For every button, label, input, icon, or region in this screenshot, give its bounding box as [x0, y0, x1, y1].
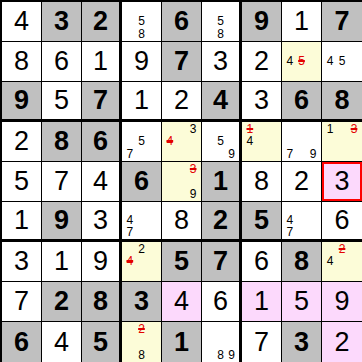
candidate-grid: 39: [162, 162, 201, 201]
candidate: 4: [324, 255, 336, 267]
candidate-grid: 47: [122, 202, 161, 239]
solved-digit: 6: [334, 207, 349, 234]
cell-r1c7[interactable]: 9: [242, 2, 282, 42]
solved-digit: 5: [54, 87, 69, 114]
cell-r1c8[interactable]: 1: [282, 2, 322, 42]
candidate: 9: [187, 188, 199, 200]
candidate-grid: 79: [282, 122, 321, 161]
solved-digit: 3: [213, 48, 228, 75]
given-digit: 1: [174, 329, 189, 356]
candidate-grid: 28: [122, 322, 161, 362]
cell-r5c7[interactable]: 8: [242, 162, 282, 202]
cell-r8c3[interactable]: 8: [82, 282, 122, 322]
cell-r4c5[interactable]: 34: [162, 122, 202, 162]
solved-digit: 2: [254, 48, 269, 75]
cell-r3c1[interactable]: 9: [2, 82, 42, 122]
given-digit: 6: [93, 128, 108, 155]
given-digit: 6: [294, 87, 309, 114]
given-digit: 1: [213, 168, 228, 195]
eliminated-candidate: 3: [348, 123, 360, 135]
cell-r4c8[interactable]: 79: [282, 122, 322, 162]
cell-r4c6[interactable]: 59: [202, 122, 242, 162]
cell-r9c2[interactable]: 4: [42, 322, 82, 362]
solved-digit: 3: [14, 248, 29, 275]
cell-r7c8[interactable]: 8: [282, 242, 322, 282]
cell-r6c6[interactable]: 2: [202, 202, 242, 242]
cell-r4c2[interactable]: 8: [42, 122, 82, 162]
solved-digit: 1: [254, 288, 269, 315]
given-digit: 9: [254, 8, 269, 35]
given-digit: 7: [174, 48, 189, 75]
solved-digit: 7: [14, 288, 29, 315]
solved-digit: 7: [254, 329, 269, 356]
given-digit: 5: [93, 329, 108, 356]
eliminated-candidate: 4: [124, 255, 136, 267]
candidate: 8: [215, 348, 226, 361]
cell-r4c9[interactable]: 13: [322, 122, 362, 162]
candidate: 5: [136, 135, 148, 147]
cell-r9c8[interactable]: 3: [282, 322, 322, 362]
solved-digit: 1: [54, 248, 69, 275]
solved-digit: 2: [294, 168, 309, 195]
solved-digit: 5: [14, 168, 29, 195]
candidate: 8: [136, 348, 148, 361]
solved-digit: 9: [134, 48, 149, 75]
solved-digit: 1: [93, 48, 108, 75]
given-digit: 3: [134, 288, 149, 315]
cell-r2c6[interactable]: 3: [202, 42, 242, 82]
cell-r3c4[interactable]: 1: [122, 82, 162, 122]
given-digit: 7: [213, 248, 228, 275]
candidate: 9: [226, 348, 237, 361]
cell-r3c9[interactable]: 8: [322, 82, 362, 122]
candidate: 7: [124, 226, 136, 238]
cell-r6c2[interactable]: 9: [42, 202, 82, 242]
given-digit: 5: [174, 248, 189, 275]
candidate: 8: [136, 28, 148, 40]
given-digit: 2: [93, 8, 108, 35]
cell-r5c8[interactable]: 2: [282, 162, 322, 202]
candidate-grid: 58: [122, 2, 161, 41]
solved-digit: 1: [134, 87, 149, 114]
cell-r5c1[interactable]: 5: [2, 162, 42, 202]
cell-r5c2[interactable]: 7: [42, 162, 82, 202]
solved-digit: 2: [334, 329, 349, 356]
cell-r8c8[interactable]: 5: [282, 282, 322, 322]
cell-r1c6[interactable]: 58: [202, 2, 242, 42]
cell-r2c9[interactable]: 45: [322, 42, 362, 82]
candidate: 5: [215, 15, 226, 27]
candidate: 5: [215, 135, 226, 147]
cell-r8c6[interactable]: 6: [202, 282, 242, 322]
cell-r9c4[interactable]: 28: [122, 322, 162, 362]
given-digit: 2: [213, 207, 228, 234]
cell-r9c3[interactable]: 5: [82, 322, 122, 362]
candidate-grid: 45: [282, 42, 321, 81]
cell-r1c4[interactable]: 58: [122, 2, 162, 42]
given-digit: 9: [14, 87, 29, 114]
given-digit: 2: [54, 288, 69, 315]
cell-r7c4[interactable]: 24: [122, 242, 162, 282]
cell-r4c7[interactable]: 14: [242, 122, 282, 162]
solved-digit: 4: [93, 168, 108, 195]
candidate-grid: 57: [122, 122, 161, 161]
cell-r8c4[interactable]: 3: [122, 282, 162, 322]
given-digit: 6: [14, 329, 29, 356]
sudoku-board: 4325865891786197324545957124368286573459…: [0, 0, 362, 362]
given-digit: 8: [294, 248, 309, 275]
candidate-grid: 89: [202, 322, 239, 362]
cell-r5c4[interactable]: 6: [122, 162, 162, 202]
cell-r7c3[interactable]: 9: [82, 242, 122, 282]
given-digit: 5: [254, 207, 269, 234]
cell-r7c2[interactable]: 1: [42, 242, 82, 282]
cell-r9c5[interactable]: 1: [162, 322, 202, 362]
candidate: 4: [324, 55, 336, 67]
given-digit: 4: [213, 87, 228, 114]
candidate: 3: [187, 123, 199, 135]
given-digit: 6: [134, 168, 149, 195]
candidate: 8: [215, 28, 226, 40]
solved-digit: 1: [14, 207, 29, 234]
cell-r2c8[interactable]: 45: [282, 42, 322, 82]
cell-r6c8[interactable]: 47: [282, 202, 322, 242]
cell-r9c9[interactable]: 2: [322, 322, 362, 362]
candidate: 2: [136, 243, 148, 255]
cell-r7c5[interactable]: 5: [162, 242, 202, 282]
cell-r6c9[interactable]: 6: [322, 202, 362, 242]
solved-digit: 4: [54, 329, 69, 356]
cell-r2c3[interactable]: 1: [82, 42, 122, 82]
eliminated-candidate: 4: [164, 135, 176, 147]
cell-r8c5[interactable]: 4: [162, 282, 202, 322]
solved-digit: 5: [294, 288, 309, 315]
given-digit: 9: [54, 207, 69, 234]
cell-r9c7[interactable]: 7: [242, 322, 282, 362]
eliminated-candidate: 2: [136, 323, 148, 336]
given-digit: 7: [334, 8, 349, 35]
cell-r8c2[interactable]: 2: [42, 282, 82, 322]
cell-r6c7[interactable]: 5: [242, 202, 282, 242]
cell-r9c1[interactable]: 6: [2, 322, 42, 362]
solved-digit: 9: [93, 248, 108, 275]
candidate: 9: [307, 148, 319, 160]
cell-r4c3[interactable]: 6: [82, 122, 122, 162]
candidate: 4: [284, 55, 296, 67]
cell-r1c9[interactable]: 7: [322, 2, 362, 42]
cell-r6c4[interactable]: 47: [122, 202, 162, 242]
candidate-grid: 24: [122, 242, 161, 281]
candidate-grid: 58: [202, 2, 239, 41]
candidate: 4: [244, 135, 256, 147]
candidate-grid: 45: [322, 42, 362, 81]
solved-digit: 6: [254, 248, 269, 275]
cell-r3c2[interactable]: 5: [42, 82, 82, 122]
cell-r7c9[interactable]: 24: [322, 242, 362, 282]
cell-r3c3[interactable]: 7: [82, 82, 122, 122]
candidate: 7: [284, 148, 296, 160]
cell-r2c2[interactable]: 6: [42, 42, 82, 82]
given-digit: 8: [54, 128, 69, 155]
candidate-grid: 34: [162, 122, 201, 161]
cell-r7c1[interactable]: 3: [2, 242, 42, 282]
solved-digit: 3: [254, 87, 269, 114]
candidate-grid: 13: [322, 122, 362, 161]
given-digit: 6: [174, 8, 189, 35]
solved-digit: 8: [14, 48, 29, 75]
solved-digit: 3: [334, 168, 349, 195]
cell-r5c3[interactable]: 4: [82, 162, 122, 202]
solved-digit: 2: [14, 128, 29, 155]
cell-r1c3[interactable]: 2: [82, 2, 122, 42]
candidate: 5: [336, 55, 348, 67]
cell-r7c6[interactable]: 7: [202, 242, 242, 282]
solved-digit: 3: [93, 207, 108, 234]
candidate: 1: [324, 123, 336, 135]
cell-r5c5[interactable]: 39: [162, 162, 202, 202]
solved-digit: 8: [174, 207, 189, 234]
candidate: 9: [226, 148, 237, 160]
solved-digit: 4: [174, 288, 189, 315]
given-digit: 8: [93, 288, 108, 315]
cell-r3c6[interactable]: 4: [202, 82, 242, 122]
cell-r3c8[interactable]: 6: [282, 82, 322, 122]
cell-r6c3[interactable]: 3: [82, 202, 122, 242]
eliminated-candidate: 1: [244, 123, 256, 135]
given-digit: 7: [93, 87, 108, 114]
eliminated-candidate: 5: [296, 55, 308, 67]
cell-r4c1[interactable]: 2: [2, 122, 42, 162]
cell-r2c4[interactable]: 9: [122, 42, 162, 82]
candidate: 7: [124, 148, 136, 160]
solved-digit: 6: [54, 48, 69, 75]
cell-r2c7[interactable]: 2: [242, 42, 282, 82]
cell-r1c2[interactable]: 3: [42, 2, 82, 42]
candidate: 7: [284, 226, 296, 238]
cell-r4c4[interactable]: 57: [122, 122, 162, 162]
solved-digit: 6: [213, 288, 228, 315]
solved-digit: 2: [174, 87, 189, 114]
candidate-grid: 24: [322, 242, 362, 281]
cell-r2c5[interactable]: 7: [162, 42, 202, 82]
cell-r5c6[interactable]: 1: [202, 162, 242, 202]
solved-digit: 9: [334, 288, 349, 315]
candidate-grid: 47: [282, 202, 321, 239]
candidate-grid: 14: [242, 122, 281, 161]
candidate-grid: 59: [202, 122, 239, 161]
cell-r7c7[interactable]: 6: [242, 242, 282, 282]
cell-r8c9[interactable]: 9: [322, 282, 362, 322]
solved-digit: 7: [54, 168, 69, 195]
cell-r1c1[interactable]: 4: [2, 2, 42, 42]
cell-r6c1[interactable]: 1: [2, 202, 42, 242]
given-digit: 3: [54, 8, 69, 35]
solved-digit: 4: [14, 8, 29, 35]
cell-r2c1[interactable]: 8: [2, 42, 42, 82]
cell-r5c9[interactable]: 3: [322, 162, 362, 202]
cell-r1c5[interactable]: 6: [162, 2, 202, 42]
cell-r8c7[interactable]: 1: [242, 282, 282, 322]
cell-r6c5[interactable]: 8: [162, 202, 202, 242]
solved-digit: 1: [294, 8, 309, 35]
eliminated-candidate: 3: [187, 163, 199, 175]
cell-r9c6[interactable]: 89: [202, 322, 242, 362]
cell-r3c5[interactable]: 2: [162, 82, 202, 122]
cell-r8c1[interactable]: 7: [2, 282, 42, 322]
solved-digit: 8: [254, 168, 269, 195]
cell-r3c7[interactable]: 3: [242, 82, 282, 122]
given-digit: 8: [334, 87, 349, 114]
candidate: 5: [136, 15, 148, 27]
given-digit: 3: [294, 329, 309, 356]
eliminated-candidate: 2: [336, 243, 348, 255]
